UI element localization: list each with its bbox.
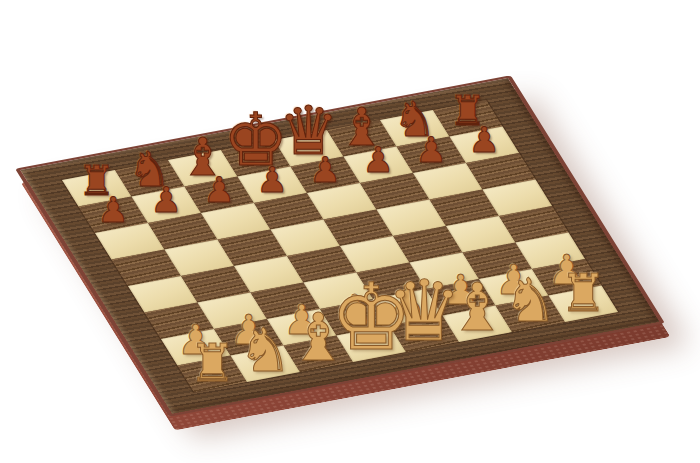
piece-light-knight-g1[interactable]: ♞	[503, 270, 557, 330]
piece-dark-pawn-g7[interactable]: ♟	[416, 133, 447, 168]
product-photo: ♜♞♝♚♛♝♞♜♟♟♟♟♟♟♟♟♟♟♟♟♟♟♟♟♜♞♝♚♛♝♞♜	[0, 0, 700, 463]
piece-dark-pawn-c7[interactable]: ♟	[204, 173, 235, 208]
piece-light-bishop-c1[interactable]: ♝	[289, 305, 348, 371]
piece-dark-pawn-b7[interactable]: ♟	[151, 183, 182, 218]
piece-dark-pawn-d7[interactable]: ♟	[257, 163, 288, 198]
piece-light-rook-h1[interactable]: ♜	[560, 267, 607, 319]
piece-dark-pawn-h7[interactable]: ♟	[469, 123, 500, 158]
piece-light-rook-a1[interactable]: ♜	[189, 337, 236, 389]
piece-dark-pawn-e7[interactable]: ♟	[310, 153, 341, 188]
piece-light-knight-b1[interactable]: ♞	[238, 320, 292, 380]
pieces-layer: ♜♞♝♚♛♝♞♜♟♟♟♟♟♟♟♟♟♟♟♟♟♟♟♟♜♞♝♚♛♝♞♜	[0, 0, 700, 463]
piece-dark-pawn-f7[interactable]: ♟	[363, 143, 394, 178]
piece-dark-pawn-a7[interactable]: ♟	[98, 193, 129, 228]
